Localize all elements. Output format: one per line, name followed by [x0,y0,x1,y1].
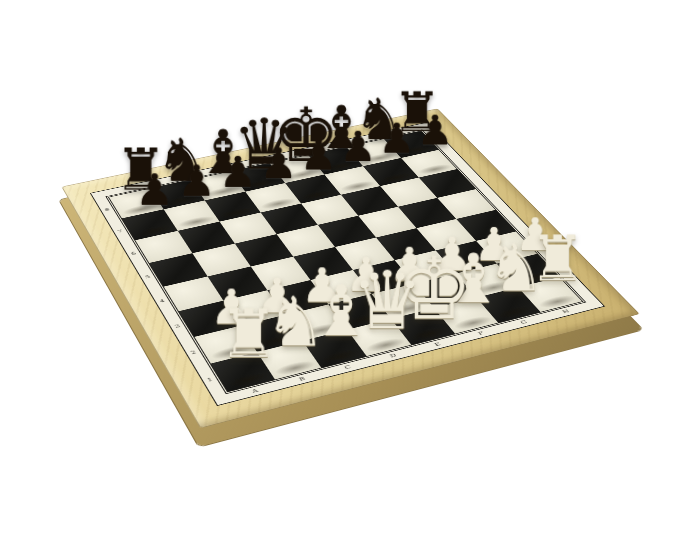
black-pawn[interactable]: ♟ [123,149,186,232]
chess-set-photo: ABCDEFGH 87654321 ♜♞♝♛♚♝♞♜♟♟♟♟♟♟♟♟♟♟♟♟♟♟… [0,0,700,560]
white-rook[interactable]: ♜ [213,287,284,381]
chess-board: ABCDEFGH 87654321 ♜♞♝♛♚♝♞♜♟♟♟♟♟♟♟♟♟♟♟♟♟♟… [61,109,640,429]
